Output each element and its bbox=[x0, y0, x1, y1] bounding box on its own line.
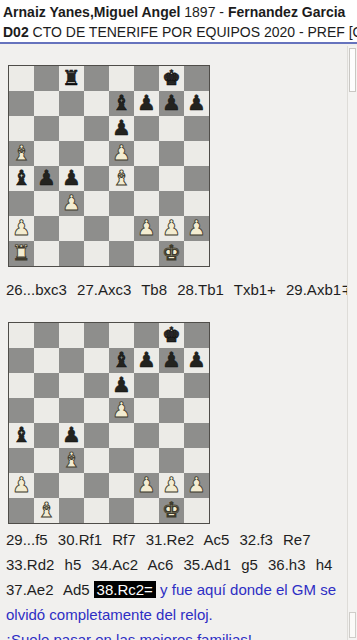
vertical-scrollbar[interactable] bbox=[347, 46, 357, 640]
players-line: Arnaiz Yanes,Miguel Angel 1897 - Fernand… bbox=[3, 2, 357, 22]
square-e1 bbox=[109, 241, 134, 266]
square-c8 bbox=[59, 323, 84, 348]
piece-white-pawn: ♟ bbox=[62, 193, 81, 214]
square-f2: ♟ bbox=[134, 216, 159, 241]
square-h7: ♟ bbox=[184, 348, 209, 373]
square-a7 bbox=[9, 348, 34, 373]
square-d1 bbox=[84, 241, 109, 266]
chess-diagram-1[interactable]: ♜♚♝♟♟♟♟♝♟♝♟♟♝♟♟♟♟♟♜♚ bbox=[8, 65, 210, 267]
comment-text-3: ¡Suele pasar en las mejores familias! bbox=[6, 631, 252, 640]
square-g4 bbox=[159, 423, 184, 448]
notation-pane: Arnaiz Yanes,Miguel Angel 1897 - Fernand… bbox=[0, 0, 357, 640]
square-b5 bbox=[34, 141, 59, 166]
square-c6 bbox=[59, 373, 84, 398]
chess-diagram-2[interactable]: ♚♝♟♟♟♟♟♝♟♝♟♟♟♟♝♚ bbox=[8, 322, 210, 524]
square-b2 bbox=[34, 216, 59, 241]
square-h1 bbox=[184, 498, 209, 523]
piece-black-pawn: ♟ bbox=[187, 350, 206, 371]
comment-text-2: olvidó completamente del reloj. bbox=[6, 602, 357, 627]
piece-black-pawn: ♟ bbox=[162, 350, 181, 371]
piece-white-pawn: ♟ bbox=[187, 218, 206, 239]
square-g3 bbox=[159, 448, 184, 473]
square-g5 bbox=[159, 398, 184, 423]
comment-text-1: y fue aquí donde el GM se bbox=[160, 581, 336, 598]
piece-white-king: ♚ bbox=[162, 243, 181, 264]
square-b6 bbox=[34, 116, 59, 141]
square-g6 bbox=[159, 116, 184, 141]
square-e8 bbox=[109, 323, 134, 348]
square-e4 bbox=[109, 423, 134, 448]
square-b1 bbox=[34, 241, 59, 266]
current-move-highlight[interactable]: 38.Rc2= bbox=[94, 581, 156, 598]
square-e3 bbox=[109, 191, 134, 216]
square-c2 bbox=[59, 216, 84, 241]
square-d7 bbox=[84, 91, 109, 116]
square-d6 bbox=[84, 373, 109, 398]
square-a1 bbox=[9, 498, 34, 523]
square-d5 bbox=[84, 141, 109, 166]
square-g8: ♚ bbox=[159, 323, 184, 348]
square-h6 bbox=[184, 116, 209, 141]
square-h4 bbox=[184, 423, 209, 448]
comment-line-3: ¡Suele pasar en las mejores familias!... bbox=[6, 627, 357, 640]
square-c3: ♝ bbox=[59, 448, 84, 473]
square-e2 bbox=[109, 216, 134, 241]
square-b6 bbox=[34, 373, 59, 398]
piece-white-rook: ♜ bbox=[12, 243, 31, 264]
square-h2: ♟ bbox=[184, 473, 209, 498]
square-a8 bbox=[9, 323, 34, 348]
square-g6 bbox=[159, 373, 184, 398]
square-h1 bbox=[184, 241, 209, 266]
piece-white-pawn: ♟ bbox=[12, 218, 31, 239]
piece-black-pawn: ♟ bbox=[137, 350, 156, 371]
square-c4: ♟ bbox=[59, 166, 84, 191]
square-f4 bbox=[134, 423, 159, 448]
piece-black-bishop: ♝ bbox=[112, 350, 131, 371]
square-e7: ♝ bbox=[109, 91, 134, 116]
square-f2: ♟ bbox=[134, 473, 159, 498]
square-c4: ♟ bbox=[59, 423, 84, 448]
square-g2: ♟ bbox=[159, 216, 184, 241]
square-b7 bbox=[34, 348, 59, 373]
piece-white-pawn: ♟ bbox=[137, 475, 156, 496]
piece-black-bishop: ♝ bbox=[12, 425, 31, 446]
square-c6 bbox=[59, 116, 84, 141]
piece-black-pawn: ♟ bbox=[62, 425, 81, 446]
square-h2: ♟ bbox=[184, 216, 209, 241]
players-dash: - bbox=[219, 4, 224, 20]
square-h6 bbox=[184, 373, 209, 398]
square-d8 bbox=[84, 66, 109, 91]
piece-white-pawn: ♟ bbox=[187, 475, 206, 496]
square-g2: ♟ bbox=[159, 473, 184, 498]
piece-white-pawn: ♟ bbox=[137, 218, 156, 239]
move-line-1[interactable]: 29...f5 30.Rf1 Rf7 31.Re2 Ac5 32.f3 Re7 bbox=[6, 527, 357, 552]
square-b7 bbox=[34, 91, 59, 116]
square-h4 bbox=[184, 166, 209, 191]
square-b1: ♝ bbox=[34, 498, 59, 523]
piece-white-bishop: ♝ bbox=[37, 500, 56, 521]
square-e5: ♟ bbox=[109, 398, 134, 423]
game-header: Arnaiz Yanes,Miguel Angel 1897 - Fernand… bbox=[0, 0, 357, 42]
square-a2: ♟ bbox=[9, 473, 34, 498]
square-f1 bbox=[134, 241, 159, 266]
square-f3 bbox=[134, 191, 159, 216]
square-a4: ♝ bbox=[9, 166, 34, 191]
square-f4 bbox=[134, 166, 159, 191]
square-b8 bbox=[34, 66, 59, 91]
comment-ellipsis: ... bbox=[252, 631, 265, 640]
square-h8 bbox=[184, 66, 209, 91]
piece-white-pawn: ♟ bbox=[112, 400, 131, 421]
square-f5 bbox=[134, 398, 159, 423]
square-f7: ♟ bbox=[134, 91, 159, 116]
square-g5 bbox=[159, 141, 184, 166]
square-h3 bbox=[184, 191, 209, 216]
square-b3 bbox=[34, 448, 59, 473]
square-f1 bbox=[134, 498, 159, 523]
square-a8 bbox=[9, 66, 34, 91]
square-d4 bbox=[84, 166, 109, 191]
square-c8: ♜ bbox=[59, 66, 84, 91]
piece-black-pawn: ♟ bbox=[62, 168, 81, 189]
square-d4 bbox=[84, 423, 109, 448]
square-a3 bbox=[9, 191, 34, 216]
square-d2 bbox=[84, 473, 109, 498]
square-b2 bbox=[34, 473, 59, 498]
square-c7 bbox=[59, 348, 84, 373]
piece-white-pawn: ♟ bbox=[162, 475, 181, 496]
square-c1 bbox=[59, 241, 84, 266]
square-a5: ♝ bbox=[9, 141, 34, 166]
square-g1: ♚ bbox=[159, 498, 184, 523]
square-a3 bbox=[9, 448, 34, 473]
square-b4 bbox=[34, 423, 59, 448]
move-sequence-1[interactable]: 26...bxc3 27.Axc3 Tb8 28.Tb1 Txb1+ 29.Ax… bbox=[6, 280, 357, 300]
piece-black-king: ♚ bbox=[162, 68, 181, 89]
square-g7: ♟ bbox=[159, 91, 184, 116]
eco-code: D02 bbox=[3, 24, 29, 40]
piece-black-rook: ♜ bbox=[62, 68, 81, 89]
square-g3 bbox=[159, 191, 184, 216]
square-d6 bbox=[84, 116, 109, 141]
square-e4: ♝ bbox=[109, 166, 134, 191]
square-f7: ♟ bbox=[134, 348, 159, 373]
square-h7: ♟ bbox=[184, 91, 209, 116]
square-h3 bbox=[184, 448, 209, 473]
piece-black-king: ♚ bbox=[162, 325, 181, 346]
square-e3 bbox=[109, 448, 134, 473]
black-player-name: Fernandez Garcia bbox=[228, 4, 346, 20]
annotation-block: 29...f5 30.Rf1 Rf7 31.Re2 Ac5 32.f3 Re7 … bbox=[6, 527, 357, 640]
square-c1 bbox=[59, 498, 84, 523]
piece-black-pawn: ♟ bbox=[37, 168, 56, 189]
square-g1: ♚ bbox=[159, 241, 184, 266]
square-e2 bbox=[109, 473, 134, 498]
square-d1 bbox=[84, 498, 109, 523]
piece-black-pawn: ♟ bbox=[137, 93, 156, 114]
square-h8 bbox=[184, 323, 209, 348]
piece-white-king: ♚ bbox=[162, 500, 181, 521]
square-d3 bbox=[84, 191, 109, 216]
square-a4: ♝ bbox=[9, 423, 34, 448]
piece-black-pawn: ♟ bbox=[112, 118, 131, 139]
piece-black-pawn: ♟ bbox=[162, 93, 181, 114]
square-e5: ♟ bbox=[109, 141, 134, 166]
scrollbar-bottom-box[interactable] bbox=[349, 612, 356, 638]
piece-black-bishop: ♝ bbox=[112, 93, 131, 114]
square-d3 bbox=[84, 448, 109, 473]
square-c5 bbox=[59, 141, 84, 166]
piece-white-pawn: ♟ bbox=[112, 143, 131, 164]
square-c5 bbox=[59, 398, 84, 423]
header-divider bbox=[0, 42, 357, 44]
square-e7: ♝ bbox=[109, 348, 134, 373]
square-h5 bbox=[184, 141, 209, 166]
square-a6 bbox=[9, 116, 34, 141]
event-line: D02 CTO DE TENERIFE POR EQUIPOS 2020 - P… bbox=[3, 22, 357, 42]
square-c3: ♟ bbox=[59, 191, 84, 216]
square-e8 bbox=[109, 66, 134, 91]
square-b3 bbox=[34, 191, 59, 216]
move-line-2[interactable]: 33.Rd2 h5 34.Ac2 Ac6 35.Ad1 g5 36.h3 h4 bbox=[6, 552, 357, 577]
square-f6 bbox=[134, 116, 159, 141]
square-g4 bbox=[159, 166, 184, 191]
event-name: CTO DE TENERIFE POR EQUIPOS 2020 - PREF … bbox=[33, 24, 357, 40]
piece-black-pawn: ♟ bbox=[112, 375, 131, 396]
square-e1 bbox=[109, 498, 134, 523]
scrollbar-thumb[interactable] bbox=[349, 48, 356, 92]
square-d7 bbox=[84, 348, 109, 373]
move-line-3: 37.Ae2 Ad538.Rc2= y fue aquí donde el GM… bbox=[6, 577, 357, 602]
square-b4: ♟ bbox=[34, 166, 59, 191]
square-d2 bbox=[84, 216, 109, 241]
piece-black-pawn: ♟ bbox=[187, 93, 206, 114]
square-c7 bbox=[59, 91, 84, 116]
move-line-3-moves[interactable]: 37.Ae2 Ad5 bbox=[6, 581, 90, 598]
square-f5 bbox=[134, 141, 159, 166]
piece-white-bishop: ♝ bbox=[12, 143, 31, 164]
square-f3 bbox=[134, 448, 159, 473]
square-a6 bbox=[9, 373, 34, 398]
piece-white-pawn: ♟ bbox=[12, 475, 31, 496]
piece-white-pawn: ♟ bbox=[162, 218, 181, 239]
square-a1: ♜ bbox=[9, 241, 34, 266]
piece-white-bishop: ♝ bbox=[112, 168, 131, 189]
piece-black-bishop: ♝ bbox=[12, 168, 31, 189]
square-f6 bbox=[134, 373, 159, 398]
square-e6: ♟ bbox=[109, 116, 134, 141]
square-d8 bbox=[84, 323, 109, 348]
square-d5 bbox=[84, 398, 109, 423]
square-a5 bbox=[9, 398, 34, 423]
square-b5 bbox=[34, 398, 59, 423]
piece-white-bishop: ♝ bbox=[62, 450, 81, 471]
square-c2 bbox=[59, 473, 84, 498]
square-g8: ♚ bbox=[159, 66, 184, 91]
square-f8 bbox=[134, 323, 159, 348]
white-player-name: Arnaiz Yanes,Miguel Angel bbox=[3, 4, 180, 20]
square-h5 bbox=[184, 398, 209, 423]
square-a2: ♟ bbox=[9, 216, 34, 241]
square-e6: ♟ bbox=[109, 373, 134, 398]
square-b8 bbox=[34, 323, 59, 348]
square-g7: ♟ bbox=[159, 348, 184, 373]
white-player-elo: 1897 bbox=[184, 4, 215, 20]
square-a7 bbox=[9, 91, 34, 116]
square-f8 bbox=[134, 66, 159, 91]
